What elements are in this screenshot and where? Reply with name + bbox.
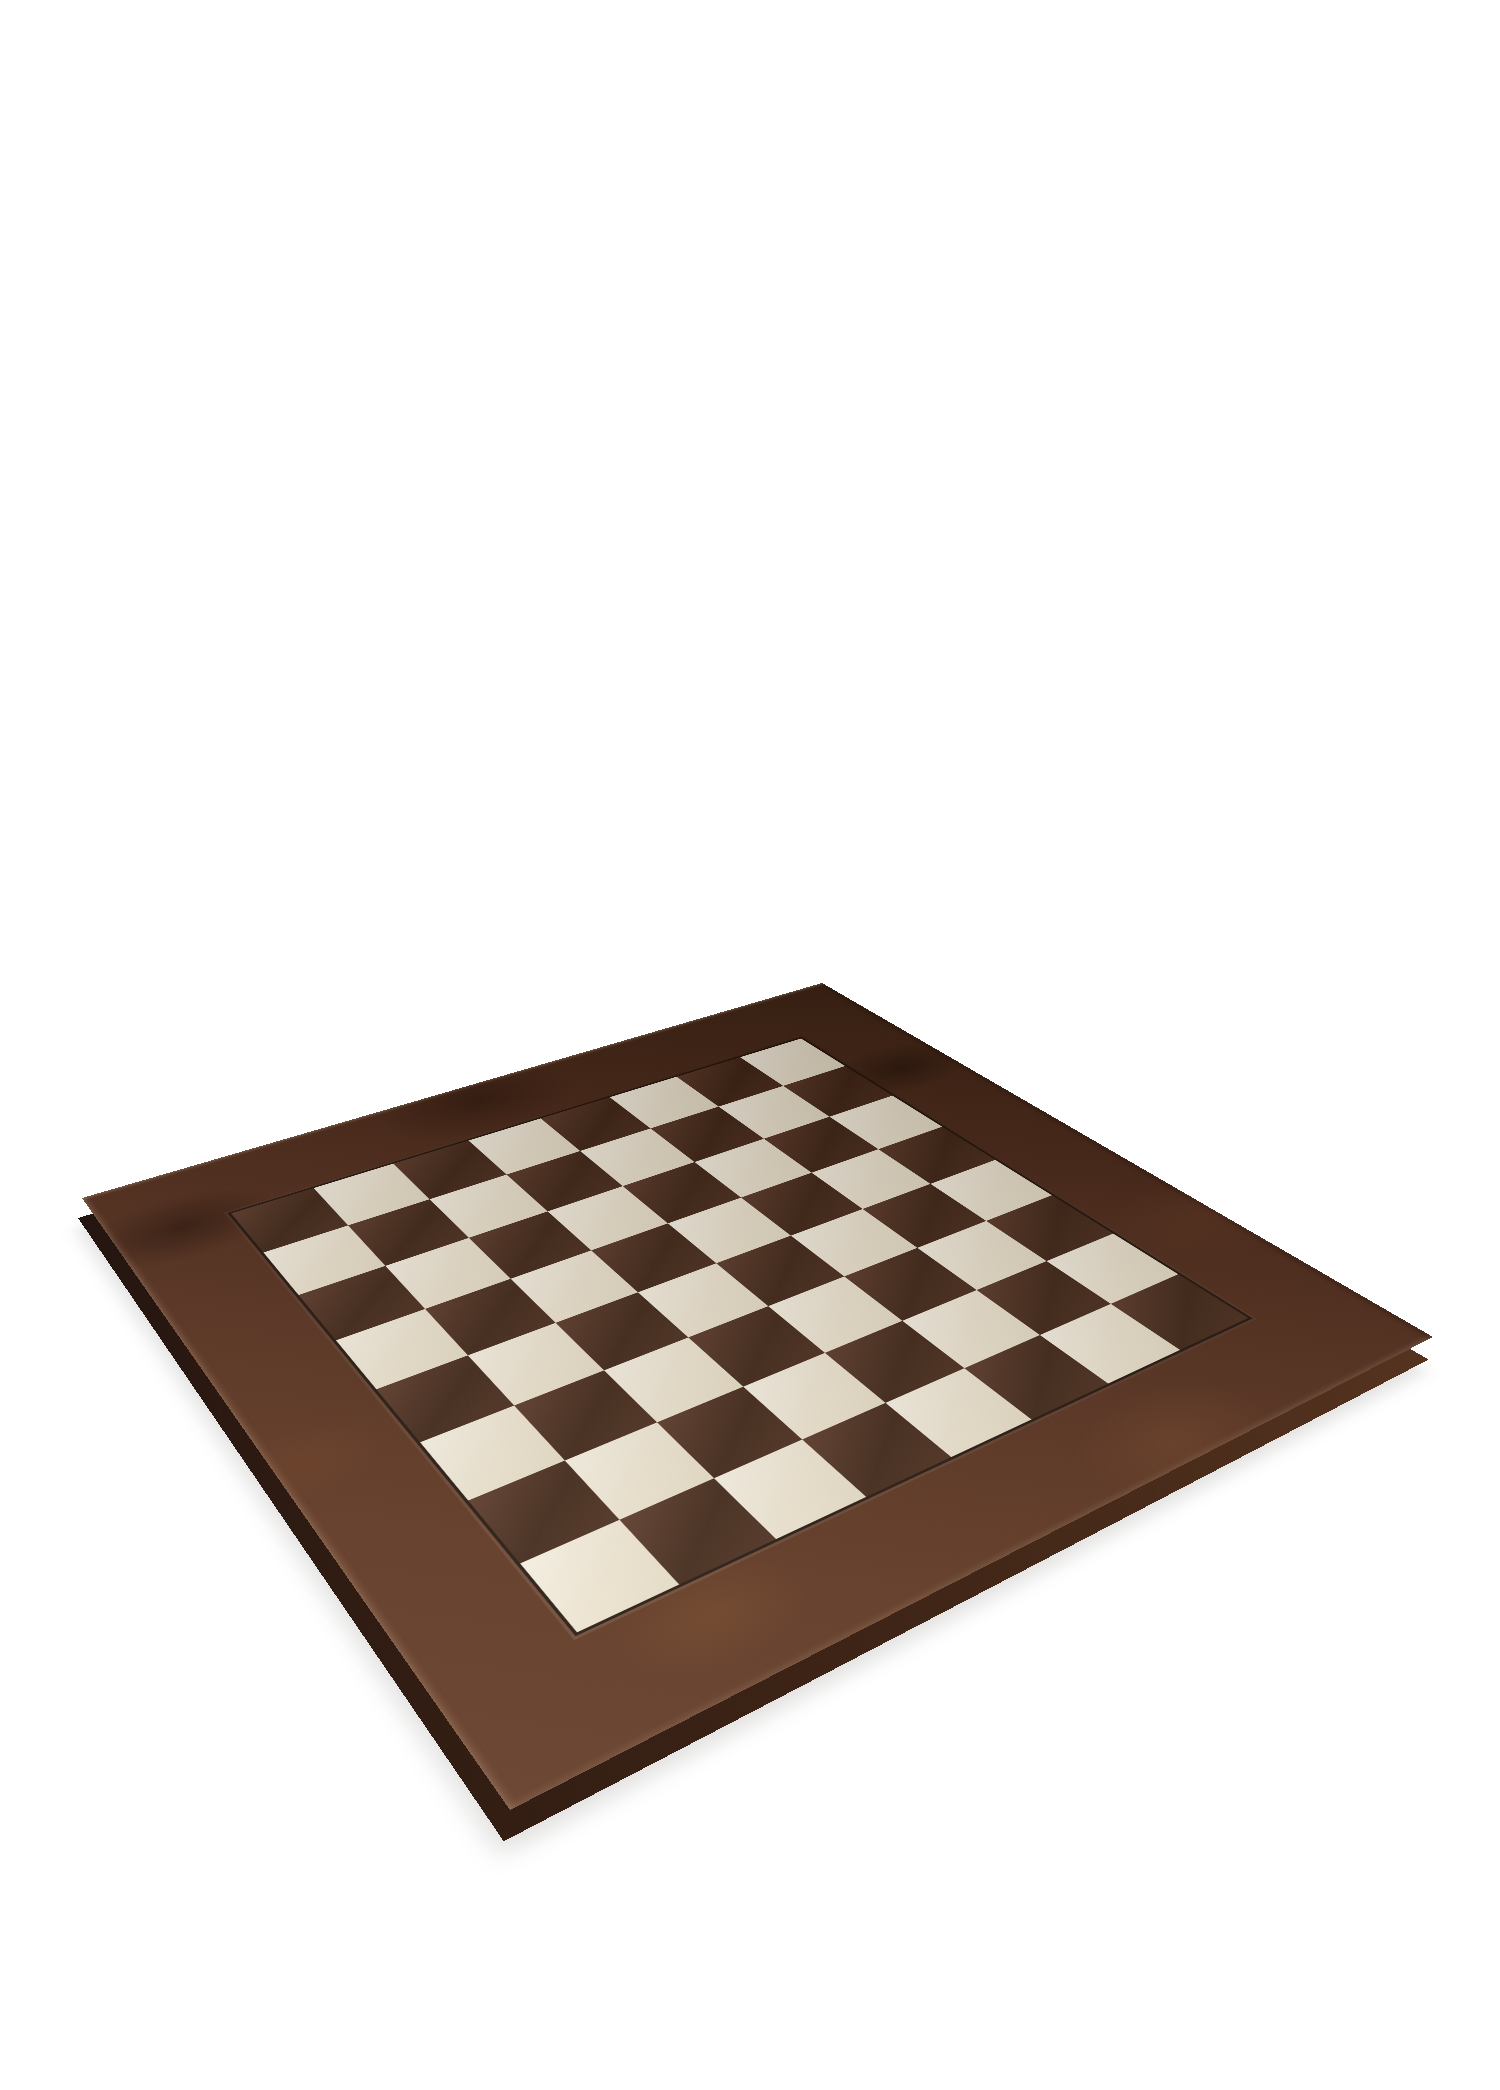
board-field: [227, 1037, 1252, 1636]
product-photo: [0, 0, 1500, 2090]
